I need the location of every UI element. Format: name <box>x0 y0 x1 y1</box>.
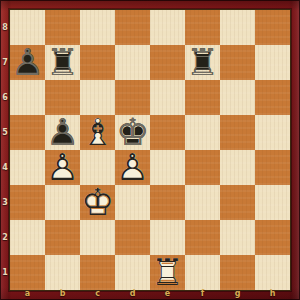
square-f8[interactable] <box>185 10 220 45</box>
square-d5[interactable]: ♚♔ <box>115 115 150 150</box>
square-f3[interactable] <box>185 185 220 220</box>
black-pawn[interactable]: ♟♙ <box>45 115 80 150</box>
square-e5[interactable] <box>150 115 185 150</box>
square-h3[interactable] <box>255 185 290 220</box>
file-label-c: c <box>80 287 115 300</box>
square-f6[interactable] <box>185 80 220 115</box>
square-d7[interactable] <box>115 45 150 80</box>
white-pawn[interactable]: ♟♙ <box>115 150 150 185</box>
square-c1[interactable] <box>80 255 115 290</box>
black-pawn-outline-glyph: ♙ <box>45 115 80 150</box>
white-rook[interactable]: ♜♖ <box>150 255 185 290</box>
rank-label-7: 7 <box>0 45 10 80</box>
square-b3[interactable] <box>45 185 80 220</box>
file-label-b: b <box>45 287 80 300</box>
square-b2[interactable] <box>45 220 80 255</box>
white-pawn[interactable]: ♟♙ <box>45 150 80 185</box>
square-b8[interactable] <box>45 10 80 45</box>
square-c4[interactable] <box>80 150 115 185</box>
square-e1[interactable]: ♜♖ <box>150 255 185 290</box>
square-b7[interactable]: ♜♖ <box>45 45 80 80</box>
black-king[interactable]: ♚♔ <box>115 115 150 150</box>
square-g2[interactable] <box>220 220 255 255</box>
square-h7[interactable] <box>255 45 290 80</box>
square-d6[interactable] <box>115 80 150 115</box>
rank-label-4: 4 <box>0 150 10 185</box>
square-f2[interactable] <box>185 220 220 255</box>
chess-diagram: ♟♙♜♖♜♖♟♙♝♗♚♔♟♙♟♙♚♔♜♖ 87654321 abcdefgh <box>0 0 300 300</box>
rank-label-3: 3 <box>0 185 10 220</box>
black-rook-outline-glyph: ♖ <box>185 45 220 80</box>
square-g4[interactable] <box>220 150 255 185</box>
square-e7[interactable] <box>150 45 185 80</box>
rank-label-1: 1 <box>0 255 10 290</box>
square-d1[interactable] <box>115 255 150 290</box>
white-pawn-outline-glyph: ♙ <box>115 150 150 185</box>
white-rook-outline-glyph: ♖ <box>150 255 185 290</box>
square-b5[interactable]: ♟♙ <box>45 115 80 150</box>
square-a5[interactable] <box>10 115 45 150</box>
square-h5[interactable] <box>255 115 290 150</box>
square-c8[interactable] <box>80 10 115 45</box>
rank-label-6: 6 <box>0 80 10 115</box>
square-f4[interactable] <box>185 150 220 185</box>
square-d3[interactable] <box>115 185 150 220</box>
square-h8[interactable] <box>255 10 290 45</box>
white-bishop[interactable]: ♝♗ <box>80 115 115 150</box>
square-e4[interactable] <box>150 150 185 185</box>
square-g7[interactable] <box>220 45 255 80</box>
rank-label-5: 5 <box>0 115 10 150</box>
file-label-a: a <box>10 287 45 300</box>
square-c5[interactable]: ♝♗ <box>80 115 115 150</box>
square-e2[interactable] <box>150 220 185 255</box>
black-rook-outline-glyph: ♖ <box>45 45 80 80</box>
square-a8[interactable] <box>10 10 45 45</box>
rank-label-8: 8 <box>0 10 10 45</box>
square-a6[interactable] <box>10 80 45 115</box>
square-e6[interactable] <box>150 80 185 115</box>
white-king-outline-glyph: ♔ <box>80 185 115 220</box>
square-a4[interactable] <box>10 150 45 185</box>
black-rook[interactable]: ♜♖ <box>185 45 220 80</box>
square-d4[interactable]: ♟♙ <box>115 150 150 185</box>
square-f5[interactable] <box>185 115 220 150</box>
square-g8[interactable] <box>220 10 255 45</box>
square-g3[interactable] <box>220 185 255 220</box>
square-c6[interactable] <box>80 80 115 115</box>
square-a1[interactable] <box>10 255 45 290</box>
square-e3[interactable] <box>150 185 185 220</box>
white-king[interactable]: ♚♔ <box>80 185 115 220</box>
square-f1[interactable] <box>185 255 220 290</box>
square-d8[interactable] <box>115 10 150 45</box>
white-pawn-outline-glyph: ♙ <box>45 150 80 185</box>
square-a2[interactable] <box>10 220 45 255</box>
square-h6[interactable] <box>255 80 290 115</box>
square-h4[interactable] <box>255 150 290 185</box>
square-c3[interactable]: ♚♔ <box>80 185 115 220</box>
square-c2[interactable] <box>80 220 115 255</box>
file-label-d: d <box>115 287 150 300</box>
square-b6[interactable] <box>45 80 80 115</box>
square-h1[interactable] <box>255 255 290 290</box>
white-bishop-outline-glyph: ♗ <box>80 115 115 150</box>
square-h2[interactable] <box>255 220 290 255</box>
file-label-h: h <box>255 287 290 300</box>
chess-board: ♟♙♜♖♜♖♟♙♝♗♚♔♟♙♟♙♚♔♜♖ <box>10 10 290 290</box>
square-g5[interactable] <box>220 115 255 150</box>
square-g6[interactable] <box>220 80 255 115</box>
square-d2[interactable] <box>115 220 150 255</box>
square-b4[interactable]: ♟♙ <box>45 150 80 185</box>
rank-label-2: 2 <box>0 220 10 255</box>
black-pawn-outline-glyph: ♙ <box>10 45 45 80</box>
square-e8[interactable] <box>150 10 185 45</box>
square-c7[interactable] <box>80 45 115 80</box>
black-rook[interactable]: ♜♖ <box>45 45 80 80</box>
square-g1[interactable] <box>220 255 255 290</box>
square-a7[interactable]: ♟♙ <box>10 45 45 80</box>
file-label-g: g <box>220 287 255 300</box>
file-label-f: f <box>185 287 220 300</box>
square-f7[interactable]: ♜♖ <box>185 45 220 80</box>
square-a3[interactable] <box>10 185 45 220</box>
square-b1[interactable] <box>45 255 80 290</box>
black-king-outline-glyph: ♔ <box>115 115 150 150</box>
black-pawn[interactable]: ♟♙ <box>10 45 45 80</box>
